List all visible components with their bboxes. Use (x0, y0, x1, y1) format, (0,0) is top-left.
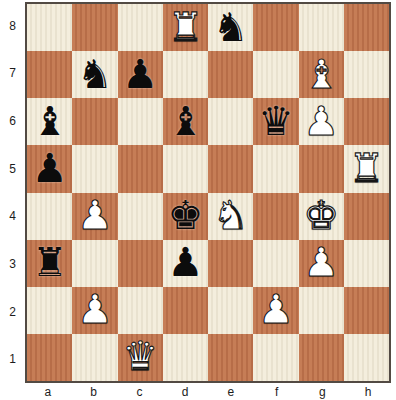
square-f7[interactable] (253, 51, 298, 98)
white-king-g4: ♚ (303, 195, 339, 235)
white-bishop-g7: ♝ (303, 54, 339, 94)
file-label-g: g (300, 383, 346, 400)
square-h5[interactable]: ♜ (344, 145, 389, 192)
square-b4[interactable]: ♟ (72, 193, 117, 240)
file-label-b: b (71, 383, 117, 400)
square-d4[interactable]: ♚ (163, 193, 208, 240)
square-a3[interactable]: ♜ (27, 240, 72, 287)
rank-label-6: 6 (0, 97, 25, 145)
square-a6[interactable]: ♝ (27, 98, 72, 145)
square-f2[interactable]: ♟ (253, 287, 298, 334)
square-d8[interactable]: ♜ (163, 4, 208, 51)
white-pawn-b2: ♟ (77, 289, 113, 329)
black-pawn-a5: ♟ (32, 148, 68, 188)
square-h8[interactable] (344, 4, 389, 51)
black-bishop-a6: ♝ (32, 101, 68, 141)
rank-label-8: 8 (0, 2, 25, 50)
rank-labels: 87654321 (0, 2, 25, 383)
square-f1[interactable] (253, 334, 298, 381)
rank-label-2: 2 (0, 288, 25, 336)
black-knight-b7: ♞ (77, 54, 113, 94)
square-h3[interactable] (344, 240, 389, 287)
black-knight-e8: ♞ (213, 7, 249, 47)
square-e2[interactable] (208, 287, 253, 334)
square-g2[interactable] (299, 287, 344, 334)
square-c1[interactable]: ♛ (118, 334, 163, 381)
rank-label-1: 1 (0, 335, 25, 383)
square-g7[interactable]: ♝ (299, 51, 344, 98)
square-c5[interactable] (118, 145, 163, 192)
square-e3[interactable] (208, 240, 253, 287)
square-f8[interactable] (253, 4, 298, 51)
square-e6[interactable] (208, 98, 253, 145)
file-label-h: h (345, 383, 391, 400)
file-label-c: c (117, 383, 163, 400)
square-g1[interactable] (299, 334, 344, 381)
square-h6[interactable] (344, 98, 389, 145)
square-g3[interactable]: ♟ (299, 240, 344, 287)
square-d5[interactable] (163, 145, 208, 192)
square-c7[interactable]: ♟ (118, 51, 163, 98)
white-rook-d8: ♜ (167, 7, 203, 47)
black-rook-a3: ♜ (32, 242, 68, 282)
square-b2[interactable]: ♟ (72, 287, 117, 334)
square-c4[interactable] (118, 193, 163, 240)
square-c6[interactable] (118, 98, 163, 145)
square-h1[interactable] (344, 334, 389, 381)
square-c2[interactable] (118, 287, 163, 334)
file-label-f: f (254, 383, 300, 400)
file-label-e: e (208, 383, 254, 400)
white-pawn-g3: ♟ (303, 242, 339, 282)
square-h4[interactable] (344, 193, 389, 240)
square-d2[interactable] (163, 287, 208, 334)
file-label-d: d (162, 383, 208, 400)
rank-label-5: 5 (0, 145, 25, 193)
square-a4[interactable] (27, 193, 72, 240)
square-h2[interactable] (344, 287, 389, 334)
chess-diagram: 87654321 ♜♞♞♟♝♝♝♛♟♟♜♟♚♞♚♜♟♟♟♟♛ abcdefgh (0, 0, 396, 400)
white-pawn-b4: ♟ (77, 195, 113, 235)
black-pawn-c7: ♟ (122, 54, 158, 94)
square-e1[interactable] (208, 334, 253, 381)
square-b1[interactable] (72, 334, 117, 381)
square-b8[interactable] (72, 4, 117, 51)
square-e5[interactable] (208, 145, 253, 192)
square-f6[interactable]: ♛ (253, 98, 298, 145)
white-knight-e4: ♞ (213, 195, 249, 235)
square-a5[interactable]: ♟ (27, 145, 72, 192)
square-h7[interactable] (344, 51, 389, 98)
rank-label-3: 3 (0, 240, 25, 288)
square-c8[interactable] (118, 4, 163, 51)
rank-label-4: 4 (0, 193, 25, 241)
square-g4[interactable]: ♚ (299, 193, 344, 240)
file-labels: abcdefgh (25, 383, 391, 400)
square-f5[interactable] (253, 145, 298, 192)
square-e8[interactable]: ♞ (208, 4, 253, 51)
square-d3[interactable]: ♟ (163, 240, 208, 287)
black-pawn-d3: ♟ (167, 242, 203, 282)
white-rook-h5: ♜ (348, 148, 384, 188)
square-a2[interactable] (27, 287, 72, 334)
white-pawn-g6: ♟ (303, 101, 339, 141)
square-f4[interactable] (253, 193, 298, 240)
square-a7[interactable] (27, 51, 72, 98)
file-label-a: a (25, 383, 71, 400)
square-d7[interactable] (163, 51, 208, 98)
white-queen-c1: ♛ (122, 336, 158, 376)
square-e4[interactable]: ♞ (208, 193, 253, 240)
square-g5[interactable] (299, 145, 344, 192)
square-d1[interactable] (163, 334, 208, 381)
square-e7[interactable] (208, 51, 253, 98)
square-a1[interactable] (27, 334, 72, 381)
square-c3[interactable] (118, 240, 163, 287)
square-b5[interactable] (72, 145, 117, 192)
white-pawn-f2: ♟ (258, 289, 294, 329)
square-d6[interactable]: ♝ (163, 98, 208, 145)
square-b7[interactable]: ♞ (72, 51, 117, 98)
square-b3[interactable] (72, 240, 117, 287)
chess-board: ♜♞♞♟♝♝♝♛♟♟♜♟♚♞♚♜♟♟♟♟♛ (27, 4, 389, 381)
square-g8[interactable] (299, 4, 344, 51)
square-a8[interactable] (27, 4, 72, 51)
board-frame: ♜♞♞♟♝♝♝♛♟♟♜♟♚♞♚♜♟♟♟♟♛ (25, 2, 391, 383)
black-queen-f6: ♛ (258, 101, 294, 141)
black-king-d4: ♚ (167, 195, 203, 235)
square-b6[interactable] (72, 98, 117, 145)
square-f3[interactable] (253, 240, 298, 287)
square-g6[interactable]: ♟ (299, 98, 344, 145)
black-bishop-d6: ♝ (167, 101, 203, 141)
rank-label-7: 7 (0, 50, 25, 98)
